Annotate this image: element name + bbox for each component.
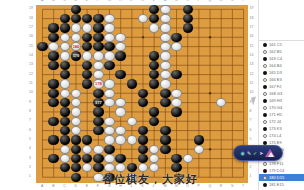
black-stone xyxy=(115,51,125,60)
move-row[interactable]: 172 J4 xyxy=(259,118,304,125)
white-stone xyxy=(160,23,170,32)
white-stone xyxy=(82,23,92,32)
row-label-left: 14 xyxy=(29,54,33,58)
move-number-label: 179 xyxy=(71,51,81,60)
white-stone xyxy=(115,135,125,144)
row-label-right: 15 xyxy=(250,45,254,49)
white-stone xyxy=(71,107,81,116)
black-stone-icon xyxy=(263,127,267,131)
white-stone xyxy=(149,23,159,32)
black-stone xyxy=(93,126,103,135)
black-stone xyxy=(93,14,103,23)
black-stone xyxy=(171,70,181,79)
col-label-top: A xyxy=(41,0,43,3)
col-label-top: O xyxy=(186,0,189,3)
row-label-right: 13 xyxy=(250,63,254,67)
row-label-right: 6 xyxy=(250,129,252,133)
row-label-right: 2 xyxy=(250,166,252,170)
black-stone xyxy=(93,42,103,51)
move-row[interactable]: 178 F11 xyxy=(259,160,304,167)
record-icon[interactable]: ◉ xyxy=(241,151,245,156)
black-stone xyxy=(71,135,81,144)
move-text: 169 H3 xyxy=(269,98,282,103)
white-stone xyxy=(60,33,70,42)
white-stone-icon xyxy=(263,176,267,180)
col-label-top: L xyxy=(153,0,155,3)
row-label-left: 9 xyxy=(29,101,31,105)
col-label-top: H xyxy=(119,0,122,3)
black-stone xyxy=(60,107,70,116)
black-stone-icon xyxy=(263,57,267,61)
black-stone xyxy=(104,61,114,70)
subtitle-text: 各位棋友，大家好 xyxy=(60,172,240,187)
white-stone xyxy=(82,51,92,60)
black-stone xyxy=(171,154,181,163)
row-label-right: 11 xyxy=(250,82,254,86)
move-text: 174 L4 xyxy=(269,133,281,138)
row-label-right: 19 xyxy=(250,7,254,11)
white-stone xyxy=(60,145,70,154)
white-stone xyxy=(60,154,70,163)
black-stone xyxy=(82,79,92,88)
move-text: 163 C4 xyxy=(269,56,282,61)
white-stone xyxy=(104,135,114,144)
white-stone xyxy=(115,107,125,116)
white-stone xyxy=(93,51,103,60)
black-stone-icon xyxy=(263,85,267,89)
black-stone xyxy=(93,89,103,98)
white-stone xyxy=(93,61,103,70)
white-stone xyxy=(115,33,125,42)
move-text: 181 E15 xyxy=(269,182,284,187)
white-stone-icon xyxy=(263,162,267,166)
row-label-left: 7 xyxy=(29,119,31,123)
black-stone-icon xyxy=(263,141,267,145)
col-label-top: J xyxy=(130,0,132,3)
black-stone xyxy=(149,51,159,60)
mouse-cursor xyxy=(251,96,258,105)
black-stone xyxy=(48,33,58,42)
move-row[interactable]: 163 C4 xyxy=(259,55,304,62)
black-stone xyxy=(60,61,70,70)
black-stone xyxy=(48,79,58,88)
col-label-top: R xyxy=(220,0,223,3)
go-board[interactable]: 180179178177 xyxy=(36,5,248,183)
move-row[interactable]: 166 E3 xyxy=(259,76,304,83)
black-stone xyxy=(71,5,81,14)
col-label-top: Q xyxy=(209,0,212,3)
row-label-right: 5 xyxy=(250,138,252,142)
col-label-top: P xyxy=(197,0,199,3)
row-label-left: 16 xyxy=(29,35,33,39)
black-stone: 179 xyxy=(71,51,81,60)
white-stone xyxy=(71,89,81,98)
white-stone xyxy=(171,98,181,107)
move-row[interactable]: 162 B5 xyxy=(259,48,304,55)
white-stone xyxy=(104,154,114,163)
move-row[interactable]: 179 D14 xyxy=(259,167,304,174)
row-label-left: 12 xyxy=(29,73,33,77)
move-row-selected[interactable]: 180 D15 xyxy=(259,174,304,181)
white-stone xyxy=(60,51,70,60)
white-stone-icon xyxy=(263,134,267,138)
black-stone xyxy=(48,117,58,126)
col-label-top: F xyxy=(97,0,99,3)
black-stone xyxy=(160,98,170,107)
white-stone xyxy=(160,33,170,42)
col-label-bottom: B xyxy=(52,185,54,189)
move-text: 173 K3 xyxy=(269,126,282,131)
move-row[interactable]: 173 K3 xyxy=(259,125,304,132)
white-stone-icon xyxy=(263,78,267,82)
white-stone xyxy=(104,14,114,23)
pen-icon[interactable]: ✎ xyxy=(247,151,251,156)
white-stone xyxy=(93,70,103,79)
row-label-right: 16 xyxy=(250,35,254,39)
move-text: 172 J4 xyxy=(269,119,281,124)
black-stone xyxy=(149,79,159,88)
white-stone xyxy=(160,79,170,88)
black-stone xyxy=(60,135,70,144)
row-label-right: 17 xyxy=(250,26,254,30)
black-stone xyxy=(183,14,193,23)
white-stone xyxy=(115,98,125,107)
black-stone xyxy=(149,107,159,116)
black-stone xyxy=(48,135,58,144)
row-label-right: 1 xyxy=(250,175,252,179)
white-stone xyxy=(183,154,193,163)
black-stone xyxy=(48,98,58,107)
black-stone xyxy=(48,89,58,98)
white-stone xyxy=(104,51,114,60)
white-stone xyxy=(82,145,92,154)
white-stone xyxy=(48,42,58,51)
black-stone xyxy=(104,42,114,51)
move-row[interactable]: 170 G4 xyxy=(259,104,304,111)
black-stone xyxy=(127,79,137,88)
white-stone xyxy=(160,61,170,70)
white-stone-icon xyxy=(263,64,267,68)
move-row[interactable]: 169 H3 xyxy=(259,97,304,104)
black-stone xyxy=(115,154,125,163)
white-stone xyxy=(160,5,170,14)
mountain-logo-icon xyxy=(265,149,275,157)
white-stone-icon xyxy=(263,92,267,96)
black-stone xyxy=(82,135,92,144)
black-stone xyxy=(160,89,170,98)
white-stone xyxy=(104,79,114,88)
black-stone xyxy=(138,135,148,144)
move-text: 161 C5 xyxy=(269,42,282,47)
black-stone-icon xyxy=(263,169,267,173)
row-label-right: 14 xyxy=(250,54,254,58)
white-stone xyxy=(115,126,125,135)
row-label-left: 3 xyxy=(29,157,31,161)
col-label-top: E xyxy=(86,0,88,3)
black-stone xyxy=(104,145,114,154)
row-label-left: 6 xyxy=(29,129,31,133)
white-stone xyxy=(127,117,137,126)
move-text: 165 D3 xyxy=(269,70,282,75)
white-stone xyxy=(104,98,114,107)
white-stone xyxy=(194,145,204,154)
black-stone-icon xyxy=(263,183,267,187)
white-stone xyxy=(104,33,114,42)
move-row[interactable]: 165 D3 xyxy=(259,69,304,76)
black-stone xyxy=(93,117,103,126)
move-text: 164 B4 xyxy=(269,63,282,68)
row-label-left: 18 xyxy=(29,17,33,21)
row-label-left: 13 xyxy=(29,63,33,67)
white-stone xyxy=(115,42,125,51)
black-stone xyxy=(48,23,58,32)
white-stone xyxy=(160,51,170,60)
move-number-label: 178 xyxy=(94,80,102,87)
col-label-top: S xyxy=(231,0,233,3)
white-stone xyxy=(71,23,81,32)
white-stone xyxy=(160,70,170,79)
move-row[interactable]: 181 E15 xyxy=(259,181,304,188)
arrow-icon[interactable]: ➤ xyxy=(259,151,263,156)
col-label-top: D xyxy=(75,0,78,3)
white-stone xyxy=(71,33,81,42)
move-text: 170 G4 xyxy=(269,105,282,110)
black-stone xyxy=(194,135,204,144)
row-label-left: 5 xyxy=(29,138,31,142)
black-stone xyxy=(93,107,103,116)
black-stone xyxy=(160,145,170,154)
col-label-bottom: A xyxy=(41,185,43,189)
col-label-top: B xyxy=(52,0,54,3)
black-stone xyxy=(37,42,47,51)
black-stone: 177 xyxy=(93,98,103,107)
check-icon[interactable]: ✔ xyxy=(253,151,257,156)
move-number-label: 177 xyxy=(93,98,103,107)
col-label-top: N xyxy=(175,0,178,3)
move-row[interactable]: 168 G3 xyxy=(259,90,304,97)
move-row[interactable]: 167 F2 xyxy=(259,83,304,90)
white-stone xyxy=(93,145,103,154)
row-label-left: 11 xyxy=(29,82,33,86)
row-label-right: 8 xyxy=(250,110,252,114)
row-label-left: 8 xyxy=(29,110,31,114)
col-label-top: M xyxy=(164,0,167,3)
white-stone-icon xyxy=(263,120,267,124)
black-stone xyxy=(138,89,148,98)
move-row[interactable]: 161 C5 xyxy=(259,41,304,48)
move-text: 168 G3 xyxy=(269,91,282,96)
black-stone-icon xyxy=(263,113,267,117)
white-stone-icon xyxy=(263,106,267,110)
white-stone xyxy=(171,89,181,98)
white-stone xyxy=(160,42,170,51)
move-row[interactable]: 171 H5 xyxy=(259,111,304,118)
move-text: 179 D14 xyxy=(269,168,284,173)
col-label-top: T xyxy=(242,0,244,3)
black-stone xyxy=(48,154,58,163)
move-number-label: 180 xyxy=(72,43,80,50)
row-label-right: 12 xyxy=(250,73,254,77)
white-stone: 178 xyxy=(93,79,103,88)
black-stone xyxy=(71,145,81,154)
white-stone xyxy=(104,126,114,135)
row-label-right: 18 xyxy=(250,17,254,21)
white-stone xyxy=(104,23,114,32)
white-stone xyxy=(160,14,170,23)
row-label-right: 10 xyxy=(250,91,254,95)
black-stone-icon xyxy=(263,43,267,47)
col-label-top: K xyxy=(142,0,144,3)
black-stone xyxy=(160,126,170,135)
row-label-left: 17 xyxy=(29,26,33,30)
black-stone xyxy=(171,33,181,42)
white-stone xyxy=(60,89,70,98)
row-label-left: 4 xyxy=(29,147,31,151)
move-text: 166 E3 xyxy=(269,77,282,82)
black-stone xyxy=(115,70,125,79)
white-stone xyxy=(127,135,137,144)
row-label-left: 1 xyxy=(29,175,31,179)
move-row[interactable]: 174 L4 xyxy=(259,132,304,139)
black-stone xyxy=(183,5,193,14)
black-stone-icon xyxy=(263,71,267,75)
col-label-top: C xyxy=(63,0,66,3)
white-stone: 180 xyxy=(71,42,81,51)
move-text: 162 B5 xyxy=(269,49,282,54)
go-review-app: 180179178177 191918181717161615151414131… xyxy=(0,0,304,190)
move-text: 171 H5 xyxy=(269,112,282,117)
move-text: 178 F11 xyxy=(269,161,283,166)
black-stone xyxy=(93,23,103,32)
black-stone xyxy=(138,145,148,154)
black-stone xyxy=(171,107,181,116)
floating-toolbar[interactable]: ◉✎✔➤ xyxy=(233,145,283,161)
black-stone xyxy=(183,23,193,32)
move-list-panel: 161 C5162 B5163 C4164 B4165 D3166 E3167 … xyxy=(258,0,304,190)
black-stone-icon xyxy=(263,99,267,103)
move-list[interactable]: 161 C5162 B5163 C4164 B4165 D3166 E3167 … xyxy=(259,40,304,188)
row-label-left: 19 xyxy=(29,7,33,11)
move-text: 180 D15 xyxy=(269,175,284,180)
black-stone xyxy=(48,51,58,60)
row-label-left: 10 xyxy=(29,91,33,95)
white-stone xyxy=(171,42,181,51)
black-stone xyxy=(93,33,103,42)
row-label-right: 7 xyxy=(250,119,252,123)
white-stone-icon xyxy=(263,50,267,54)
white-stone xyxy=(71,117,81,126)
white-stone xyxy=(60,79,70,88)
white-stone xyxy=(104,117,114,126)
black-stone xyxy=(160,135,170,144)
black-stone xyxy=(60,23,70,32)
col-label-top: G xyxy=(108,0,111,3)
black-stone xyxy=(60,117,70,126)
move-text: 167 F2 xyxy=(269,84,281,89)
move-row[interactable]: 164 B4 xyxy=(259,62,304,69)
row-label-left: 15 xyxy=(29,45,33,49)
white-stone xyxy=(104,89,114,98)
black-stone xyxy=(48,61,58,70)
black-stone xyxy=(93,154,103,163)
col-label-bottom: T xyxy=(242,185,244,189)
row-label-left: 2 xyxy=(29,166,31,170)
